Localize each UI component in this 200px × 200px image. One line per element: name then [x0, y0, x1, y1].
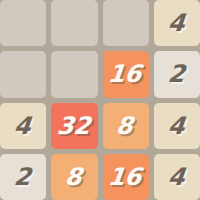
tile-value: 2: [166, 62, 187, 86]
tile-value: 16: [107, 62, 145, 86]
tile-32: 32: [51, 103, 97, 149]
tile-value: 4: [13, 114, 34, 138]
tile-4: 4: [154, 154, 200, 200]
empty-cell: [0, 51, 46, 97]
tile-4: 4: [154, 103, 200, 149]
tile-2: 2: [154, 51, 200, 97]
tile-4: 4: [0, 103, 46, 149]
tile-value: 4: [166, 165, 187, 189]
board-2048[interactable]: 41624328428164: [0, 0, 200, 200]
tile-8: 8: [103, 103, 149, 149]
tile-value: 2: [13, 165, 34, 189]
tile-16: 16: [103, 51, 149, 97]
tile-4: 4: [154, 0, 200, 46]
tile-value: 8: [115, 114, 136, 138]
empty-cell: [0, 0, 46, 46]
tile-2: 2: [0, 154, 46, 200]
tile-value: 32: [55, 114, 93, 138]
tile-8: 8: [51, 154, 97, 200]
empty-cell: [51, 0, 97, 46]
tile-value: 8: [64, 165, 85, 189]
tile-value: 16: [107, 165, 145, 189]
empty-cell: [51, 51, 97, 97]
tile-value: 4: [166, 11, 187, 35]
empty-cell: [103, 0, 149, 46]
tile-value: 4: [166, 114, 187, 138]
tile-16: 16: [103, 154, 149, 200]
